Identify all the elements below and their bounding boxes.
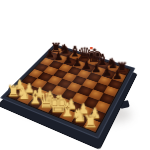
piece-black-knight: ♞ <box>105 57 116 71</box>
board-frame: ♜♞♝♛♚♝♞♜♟♟♟♟♟♟♟♟♟♟♟♟♟♟♟♟♜♞♝♛♚♝♞♜ <box>0 44 135 139</box>
scene: ♜♞♝♛♚♝♞♜♟♟♟♟♟♟♟♟♟♟♟♟♟♟♟♟♜♞♝♛♚♝♞♜ <box>0 0 150 150</box>
square-h8: ♜ <box>116 66 130 75</box>
chess-board: ♜♞♝♛♚♝♞♜♟♟♟♟♟♟♟♟♟♟♟♟♟♟♟♟♜♞♝♛♚♝♞♜ <box>0 44 135 139</box>
piece-white-queen: ♛ <box>37 91 50 111</box>
square-g6 <box>97 76 112 86</box>
product-photo: ♜♞♝♛♚♝♞♜♟♟♟♟♟♟♟♟♟♟♟♟♟♟♟♟♜♞♝♛♚♝♞♜ <box>0 0 150 150</box>
square-b3 <box>31 78 47 88</box>
piece-black-rook: ♜ <box>116 61 127 74</box>
piece-black-pawn: ♟ <box>112 69 123 81</box>
